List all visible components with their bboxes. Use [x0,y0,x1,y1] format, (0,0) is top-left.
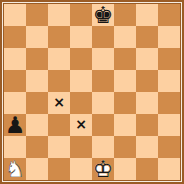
square-f3[interactable] [114,114,136,136]
square-a2[interactable] [4,136,26,158]
square-c7[interactable] [48,26,70,48]
square-c8[interactable] [48,4,70,26]
square-h7[interactable] [158,26,180,48]
square-f8[interactable] [114,4,136,26]
square-c2[interactable] [48,136,70,158]
square-h5[interactable] [158,70,180,92]
x-mark-d3: × [70,114,92,136]
square-e7[interactable] [92,26,114,48]
square-a1[interactable]: ♞♘ [4,158,26,180]
square-e4[interactable] [92,92,114,114]
square-c6[interactable] [48,48,70,70]
square-h4[interactable] [158,92,180,114]
square-h3[interactable] [158,114,180,136]
square-a3[interactable]: ♟ [4,114,26,136]
square-g7[interactable] [136,26,158,48]
square-a5[interactable] [4,70,26,92]
square-d7[interactable] [70,26,92,48]
square-h1[interactable] [158,158,180,180]
square-b5[interactable] [26,70,48,92]
square-g6[interactable] [136,48,158,70]
square-c5[interactable] [48,70,70,92]
black-king-icon: ♚ [92,4,114,26]
square-b1[interactable] [26,158,48,180]
square-a6[interactable] [4,48,26,70]
square-d1[interactable] [70,158,92,180]
square-h6[interactable] [158,48,180,70]
square-a4[interactable] [4,92,26,114]
chess-board: ♚×♟×♞♘♚♔ [4,4,180,180]
square-b7[interactable] [26,26,48,48]
square-c3[interactable] [48,114,70,136]
square-h8[interactable] [158,4,180,26]
square-c1[interactable] [48,158,70,180]
square-g5[interactable] [136,70,158,92]
square-d2[interactable] [70,136,92,158]
square-f4[interactable] [114,92,136,114]
white-king-icon: ♔ [92,158,114,180]
square-e2[interactable] [92,136,114,158]
square-g2[interactable] [136,136,158,158]
square-e5[interactable] [92,70,114,92]
square-f7[interactable] [114,26,136,48]
square-g8[interactable] [136,4,158,26]
square-d4[interactable] [70,92,92,114]
square-g3[interactable] [136,114,158,136]
square-d8[interactable] [70,4,92,26]
square-f5[interactable] [114,70,136,92]
square-h2[interactable] [158,136,180,158]
square-e6[interactable] [92,48,114,70]
square-b8[interactable] [26,4,48,26]
square-e8[interactable]: ♚ [92,4,114,26]
square-b6[interactable] [26,48,48,70]
black-pawn-icon: ♟ [4,114,26,136]
square-g4[interactable] [136,92,158,114]
square-f2[interactable] [114,136,136,158]
square-d6[interactable] [70,48,92,70]
white-knight-icon: ♘ [4,158,26,180]
board-frame: ♚×♟×♞♘♚♔ [0,0,184,184]
square-d5[interactable] [70,70,92,92]
square-f6[interactable] [114,48,136,70]
square-b4[interactable] [26,92,48,114]
square-g1[interactable] [136,158,158,180]
square-e3[interactable] [92,114,114,136]
square-b3[interactable] [26,114,48,136]
square-b2[interactable] [26,136,48,158]
square-a8[interactable] [4,4,26,26]
square-d3[interactable]: × [70,114,92,136]
square-a7[interactable] [4,26,26,48]
square-e1[interactable]: ♚♔ [92,158,114,180]
square-c4[interactable]: × [48,92,70,114]
x-mark-c4: × [48,92,70,114]
square-f1[interactable] [114,158,136,180]
